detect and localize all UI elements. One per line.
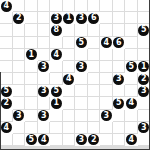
cell[interactable] <box>25 0 38 12</box>
island-circle[interactable]: 6 <box>88 13 99 24</box>
cell[interactable] <box>0 73 13 85</box>
cell[interactable] <box>125 37 138 49</box>
cell[interactable] <box>88 24 101 36</box>
cell[interactable] <box>113 24 126 36</box>
cell[interactable] <box>113 122 126 134</box>
cell[interactable] <box>88 73 101 85</box>
cell[interactable] <box>100 0 113 12</box>
cell[interactable] <box>63 122 76 134</box>
island-circle[interactable]: 3 <box>38 110 49 121</box>
cell[interactable] <box>0 61 13 73</box>
cell[interactable] <box>0 37 13 49</box>
cell[interactable] <box>25 61 38 73</box>
cell[interactable] <box>50 0 63 12</box>
cell[interactable] <box>113 110 126 122</box>
cell[interactable] <box>0 24 13 36</box>
cell[interactable] <box>13 61 26 73</box>
island-circle[interactable]: 4 <box>63 74 74 85</box>
island-circle[interactable]: 3 <box>76 61 87 72</box>
island-circle[interactable]: 8 <box>51 25 62 36</box>
cell[interactable] <box>100 12 113 24</box>
cell[interactable] <box>75 49 88 61</box>
cell[interactable] <box>113 85 126 97</box>
island-circle[interactable]: 1 <box>26 49 37 60</box>
cell[interactable] <box>88 85 101 97</box>
island-circle[interactable]: 1 <box>138 61 149 72</box>
cell[interactable] <box>13 134 26 146</box>
cell[interactable] <box>25 73 38 85</box>
island-circle[interactable]: 1 <box>63 13 74 24</box>
cell[interactable] <box>13 122 26 134</box>
island-circle[interactable]: 3 <box>138 86 149 97</box>
island-circle[interactable]: 4 <box>1 1 12 12</box>
cell[interactable] <box>100 49 113 61</box>
cell[interactable] <box>0 12 13 24</box>
cell[interactable] <box>63 110 76 122</box>
cell[interactable] <box>25 12 38 24</box>
cell[interactable] <box>0 49 13 61</box>
cell[interactable] <box>100 73 113 85</box>
cell[interactable] <box>25 110 38 122</box>
island-circle[interactable]: 3 <box>38 61 49 72</box>
cell[interactable] <box>38 12 51 24</box>
cell[interactable] <box>13 73 26 85</box>
island-circle[interactable]: 6 <box>113 37 124 48</box>
cell[interactable] <box>13 0 26 12</box>
cell[interactable] <box>38 24 51 36</box>
island-circle[interactable]: 3 <box>76 134 87 145</box>
cell[interactable] <box>88 110 101 122</box>
cell[interactable] <box>113 12 126 24</box>
island-circle[interactable]: 4 <box>126 134 137 145</box>
island-circle[interactable]: 3 <box>13 110 24 121</box>
cell[interactable] <box>88 61 101 73</box>
board-border-left <box>0 72 1 150</box>
cell[interactable] <box>125 0 138 12</box>
cell[interactable] <box>0 134 13 146</box>
island-circle[interactable]: 5 <box>126 61 137 72</box>
cell[interactable] <box>88 0 101 12</box>
cell[interactable] <box>125 85 138 97</box>
cell[interactable] <box>63 0 76 12</box>
cell[interactable] <box>38 0 51 12</box>
island-circle[interactable]: 4 <box>1 122 12 133</box>
island-circle[interactable]: 1 <box>51 98 62 109</box>
cell[interactable] <box>125 12 138 24</box>
cell[interactable] <box>50 134 63 146</box>
cell[interactable] <box>125 122 138 134</box>
island-circle[interactable]: 3 <box>51 13 62 24</box>
island-circle[interactable]: 5 <box>26 134 37 145</box>
island-circle[interactable]: 5 <box>113 98 124 109</box>
cell[interactable] <box>75 85 88 97</box>
cell[interactable] <box>100 97 113 109</box>
cell[interactable] <box>38 122 51 134</box>
cell[interactable] <box>75 73 88 85</box>
cell[interactable] <box>13 24 26 36</box>
cell[interactable] <box>125 110 138 122</box>
cell[interactable] <box>125 49 138 61</box>
cell[interactable] <box>100 85 113 97</box>
island-circle[interactable]: 5 <box>51 86 62 97</box>
cell[interactable] <box>75 97 88 109</box>
island-circle[interactable]: 4 <box>101 37 112 48</box>
cell[interactable] <box>0 110 13 122</box>
cell[interactable] <box>75 110 88 122</box>
cell[interactable] <box>63 49 76 61</box>
cell[interactable] <box>50 122 63 134</box>
cell[interactable] <box>50 110 63 122</box>
cell[interactable] <box>88 97 101 109</box>
island-circle[interactable]: 3 <box>101 110 112 121</box>
island-circle[interactable]: 5 <box>76 37 87 48</box>
cell[interactable] <box>88 49 101 61</box>
island-circle[interactable]: 2 <box>138 74 149 85</box>
island-circle[interactable]: 3 <box>76 13 87 24</box>
cell[interactable] <box>75 0 88 12</box>
island-circle[interactable]: 2 <box>13 13 24 24</box>
board-border-bottom <box>0 149 150 150</box>
cell[interactable] <box>63 97 76 109</box>
cell[interactable] <box>100 61 113 73</box>
cell[interactable] <box>125 24 138 36</box>
cell[interactable] <box>38 49 51 61</box>
puzzle-board: 42313685546143351432535321543334354324 <box>0 0 150 150</box>
cell[interactable] <box>100 122 113 134</box>
cell[interactable] <box>13 37 26 49</box>
cell[interactable] <box>38 97 51 109</box>
cell[interactable] <box>25 122 38 134</box>
cell[interactable] <box>88 122 101 134</box>
cell[interactable] <box>113 134 126 146</box>
cell[interactable] <box>63 37 76 49</box>
cell[interactable] <box>13 85 26 97</box>
cell[interactable] <box>50 73 63 85</box>
cell[interactable] <box>75 122 88 134</box>
cell[interactable] <box>113 49 126 61</box>
island-circle[interactable]: 2 <box>1 98 12 109</box>
cell[interactable] <box>63 24 76 36</box>
cell[interactable] <box>38 73 51 85</box>
island-circle[interactable]: 2 <box>88 134 99 145</box>
cell[interactable] <box>25 85 38 97</box>
cell[interactable] <box>25 24 38 36</box>
cell[interactable] <box>13 49 26 61</box>
island-circle[interactable]: 3 <box>113 74 124 85</box>
island-circle[interactable]: 4 <box>38 134 49 145</box>
cell[interactable] <box>38 37 51 49</box>
island-circle[interactable]: 5 <box>138 25 149 36</box>
island-circle[interactable]: 4 <box>126 98 137 109</box>
cell[interactable] <box>88 37 101 49</box>
cell[interactable] <box>113 61 126 73</box>
island-circle[interactable]: 5 <box>1 86 12 97</box>
cell[interactable] <box>50 61 63 73</box>
cell[interactable] <box>100 134 113 146</box>
island-circle[interactable]: 3 <box>138 122 149 133</box>
cell[interactable] <box>100 24 113 36</box>
cell[interactable] <box>113 0 126 12</box>
cell[interactable] <box>50 37 63 49</box>
cell[interactable] <box>63 134 76 146</box>
board-border-right <box>149 0 150 150</box>
cell[interactable] <box>63 85 76 97</box>
island-circle[interactable]: 4 <box>51 49 62 60</box>
cell[interactable] <box>25 97 38 109</box>
cell[interactable] <box>125 73 138 85</box>
cell[interactable] <box>13 97 26 109</box>
cell[interactable] <box>75 24 88 36</box>
cell[interactable] <box>63 61 76 73</box>
cell[interactable] <box>25 37 38 49</box>
island-circle[interactable]: 3 <box>38 86 49 97</box>
